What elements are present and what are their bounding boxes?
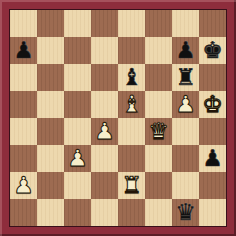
square-a4[interactable] [10, 118, 37, 145]
square-b3[interactable] [37, 145, 64, 172]
square-f4[interactable]: ♛ [145, 118, 172, 145]
square-a6[interactable] [10, 64, 37, 91]
white-pawn[interactable]: ♟ [175, 91, 196, 118]
square-b1[interactable] [37, 199, 64, 226]
square-f7[interactable] [145, 37, 172, 64]
black-king[interactable]: ♚ [202, 37, 223, 64]
square-b8[interactable] [37, 10, 64, 37]
chess-board: ♟♟♚♝♜♝♟♚♟♛♟♟♟♜♛ [10, 10, 226, 226]
square-d4[interactable]: ♟ [91, 118, 118, 145]
square-h6[interactable] [199, 64, 226, 91]
square-g5[interactable]: ♟ [172, 91, 199, 118]
square-c5[interactable] [64, 91, 91, 118]
square-h1[interactable] [199, 199, 226, 226]
square-e1[interactable] [118, 199, 145, 226]
square-h3[interactable]: ♟ [199, 145, 226, 172]
square-g2[interactable] [172, 172, 199, 199]
square-f5[interactable] [145, 91, 172, 118]
square-d6[interactable] [91, 64, 118, 91]
square-h2[interactable] [199, 172, 226, 199]
square-c1[interactable] [64, 199, 91, 226]
white-king[interactable]: ♚ [202, 91, 223, 118]
square-h5[interactable]: ♚ [199, 91, 226, 118]
square-d3[interactable] [91, 145, 118, 172]
square-g8[interactable] [172, 10, 199, 37]
square-e4[interactable] [118, 118, 145, 145]
black-pawn[interactable]: ♟ [175, 37, 196, 64]
square-d1[interactable] [91, 199, 118, 226]
white-pawn[interactable]: ♟ [94, 118, 115, 145]
square-g1[interactable]: ♛ [172, 199, 199, 226]
black-pawn[interactable]: ♟ [13, 37, 34, 64]
square-a3[interactable] [10, 145, 37, 172]
square-a2[interactable]: ♟ [10, 172, 37, 199]
white-pawn[interactable]: ♟ [67, 145, 88, 172]
square-h4[interactable] [199, 118, 226, 145]
square-d8[interactable] [91, 10, 118, 37]
square-g3[interactable] [172, 145, 199, 172]
square-b6[interactable] [37, 64, 64, 91]
square-c4[interactable] [64, 118, 91, 145]
square-d5[interactable] [91, 91, 118, 118]
square-f6[interactable] [145, 64, 172, 91]
black-queen[interactable]: ♛ [175, 199, 196, 226]
square-b7[interactable] [37, 37, 64, 64]
square-b4[interactable] [37, 118, 64, 145]
square-c2[interactable] [64, 172, 91, 199]
square-e2[interactable]: ♜ [118, 172, 145, 199]
square-a7[interactable]: ♟ [10, 37, 37, 64]
black-pawn[interactable]: ♟ [202, 145, 223, 172]
black-rook[interactable]: ♜ [175, 64, 196, 91]
square-d7[interactable] [91, 37, 118, 64]
square-a1[interactable] [10, 199, 37, 226]
square-e8[interactable] [118, 10, 145, 37]
square-a8[interactable] [10, 10, 37, 37]
square-d2[interactable] [91, 172, 118, 199]
white-pawn[interactable]: ♟ [13, 172, 34, 199]
square-a5[interactable] [10, 91, 37, 118]
white-rook[interactable]: ♜ [121, 172, 142, 199]
white-bishop[interactable]: ♝ [121, 91, 142, 118]
square-f8[interactable] [145, 10, 172, 37]
square-e3[interactable] [118, 145, 145, 172]
square-g6[interactable]: ♜ [172, 64, 199, 91]
square-g4[interactable] [172, 118, 199, 145]
square-g7[interactable]: ♟ [172, 37, 199, 64]
square-b2[interactable] [37, 172, 64, 199]
chess-board-frame: ♟♟♚♝♜♝♟♚♟♛♟♟♟♜♛ [0, 0, 236, 236]
square-e7[interactable] [118, 37, 145, 64]
square-h7[interactable]: ♚ [199, 37, 226, 64]
square-c7[interactable] [64, 37, 91, 64]
black-bishop[interactable]: ♝ [121, 64, 142, 91]
square-b5[interactable] [37, 91, 64, 118]
square-c6[interactable] [64, 64, 91, 91]
square-e5[interactable]: ♝ [118, 91, 145, 118]
square-f3[interactable] [145, 145, 172, 172]
square-e6[interactable]: ♝ [118, 64, 145, 91]
square-f2[interactable] [145, 172, 172, 199]
square-f1[interactable] [145, 199, 172, 226]
square-c3[interactable]: ♟ [64, 145, 91, 172]
square-h8[interactable] [199, 10, 226, 37]
square-c8[interactable] [64, 10, 91, 37]
white-queen[interactable]: ♛ [148, 118, 169, 145]
